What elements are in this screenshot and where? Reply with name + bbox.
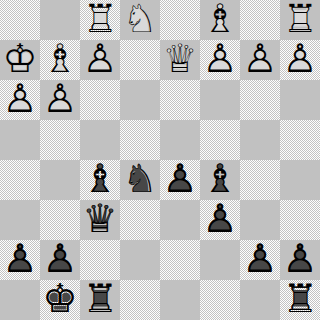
square-c3[interactable] [200,80,240,120]
square-g7[interactable]: ♟♙ [40,240,80,280]
white-bishop-c1[interactable]: ♝♗ [200,0,240,40]
square-c1[interactable]: ♝♗ [200,0,240,40]
piece-fill-glyph: ♞ [120,0,160,39]
square-c7[interactable] [200,240,240,280]
piece-outline-glyph: ♙ [40,79,80,119]
piece-fill-glyph: ♟ [280,239,320,279]
piece-outline-glyph: ♗ [80,159,120,199]
square-d4[interactable] [160,120,200,160]
square-f2[interactable]: ♟♙ [80,40,120,80]
square-a6[interactable] [280,200,320,240]
square-b4[interactable] [240,120,280,160]
piece-fill-glyph: ♛ [80,199,120,239]
square-a4[interactable] [280,120,320,160]
square-d1[interactable] [160,0,200,40]
square-a8[interactable]: ♜♖ [280,280,320,320]
square-c4[interactable] [200,120,240,160]
square-c2[interactable]: ♟♙ [200,40,240,80]
black-pawn-a7[interactable]: ♟♙ [280,240,320,280]
piece-fill-glyph: ♟ [280,39,320,79]
piece-outline-glyph: ♙ [200,199,240,239]
square-h8[interactable] [0,280,40,320]
piece-fill-glyph: ♝ [200,159,240,199]
black-queen-f6[interactable]: ♛♕ [80,200,120,240]
piece-outline-glyph: ♔ [0,39,40,79]
piece-fill-glyph: ♚ [40,279,80,319]
square-f7[interactable] [80,240,120,280]
square-a1[interactable]: ♜♖ [280,0,320,40]
black-pawn-b7[interactable]: ♟♙ [240,240,280,280]
square-c6[interactable]: ♟♙ [200,200,240,240]
square-g4[interactable] [40,120,80,160]
piece-fill-glyph: ♜ [280,279,320,319]
white-pawn-h3[interactable]: ♟♙ [0,80,40,120]
piece-outline-glyph: ♘ [120,159,160,199]
square-a5[interactable] [280,160,320,200]
square-f6[interactable]: ♛♕ [80,200,120,240]
square-e4[interactable] [120,120,160,160]
square-d7[interactable] [160,240,200,280]
black-bishop-f5[interactable]: ♝♗ [80,160,120,200]
white-queen-d2[interactable]: ♛♕ [160,40,200,80]
square-c5[interactable]: ♝♗ [200,160,240,200]
square-a3[interactable] [280,80,320,120]
piece-outline-glyph: ♙ [0,79,40,119]
square-g1[interactable] [40,0,80,40]
piece-outline-glyph: ♙ [40,239,80,279]
piece-fill-glyph: ♟ [40,239,80,279]
square-d3[interactable] [160,80,200,120]
square-d2[interactable]: ♛♕ [160,40,200,80]
piece-fill-glyph: ♜ [80,0,120,39]
piece-fill-glyph: ♟ [240,239,280,279]
square-g8[interactable]: ♚♔ [40,280,80,320]
piece-outline-glyph: ♙ [200,39,240,79]
white-rook-f1[interactable]: ♜♖ [80,0,120,40]
piece-outline-glyph: ♘ [120,0,160,39]
piece-outline-glyph: ♕ [160,39,200,79]
square-h6[interactable] [0,200,40,240]
piece-fill-glyph: ♝ [200,0,240,39]
square-d8[interactable] [160,280,200,320]
chess-board: ♜♖♞♘♝♗♜♖♚♔♝♗♟♙♛♕♟♙♟♙♟♙♟♙♟♙♝♗♞♘♟♙♝♗♛♕♟♙♟♙… [0,0,320,320]
piece-outline-glyph: ♙ [240,39,280,79]
square-h4[interactable] [0,120,40,160]
square-f4[interactable] [80,120,120,160]
white-pawn-a2[interactable]: ♟♙ [280,40,320,80]
piece-outline-glyph: ♗ [40,39,80,79]
square-f5[interactable]: ♝♗ [80,160,120,200]
square-e2[interactable] [120,40,160,80]
black-pawn-c6[interactable]: ♟♙ [200,200,240,240]
piece-fill-glyph: ♞ [120,159,160,199]
square-d5[interactable]: ♟♙ [160,160,200,200]
square-b8[interactable] [240,280,280,320]
square-c8[interactable] [200,280,240,320]
square-g6[interactable] [40,200,80,240]
piece-outline-glyph: ♙ [280,239,320,279]
white-bishop-g2[interactable]: ♝♗ [40,40,80,80]
black-king-g8[interactable]: ♚♔ [40,280,80,320]
piece-fill-glyph: ♟ [40,79,80,119]
black-rook-f8[interactable]: ♜♖ [80,280,120,320]
piece-fill-glyph: ♟ [160,159,200,199]
piece-fill-glyph: ♝ [80,159,120,199]
square-e1[interactable]: ♞♘ [120,0,160,40]
piece-outline-glyph: ♕ [80,199,120,239]
square-b3[interactable] [240,80,280,120]
square-b5[interactable] [240,160,280,200]
piece-outline-glyph: ♙ [80,39,120,79]
black-pawn-h7[interactable]: ♟♙ [0,240,40,280]
square-a7[interactable]: ♟♙ [280,240,320,280]
piece-outline-glyph: ♙ [160,159,200,199]
white-pawn-c2[interactable]: ♟♙ [200,40,240,80]
piece-outline-glyph: ♖ [80,279,120,319]
black-pawn-g7[interactable]: ♟♙ [40,240,80,280]
white-pawn-f2[interactable]: ♟♙ [80,40,120,80]
square-b1[interactable] [240,0,280,40]
square-e5[interactable]: ♞♘ [120,160,160,200]
white-king-h2[interactable]: ♚♔ [0,40,40,80]
piece-outline-glyph: ♔ [40,279,80,319]
square-h5[interactable] [0,160,40,200]
square-d6[interactable] [160,200,200,240]
black-bishop-c5[interactable]: ♝♗ [200,160,240,200]
piece-outline-glyph: ♖ [280,0,320,39]
piece-outline-glyph: ♗ [200,159,240,199]
white-rook-a1[interactable]: ♜♖ [280,0,320,40]
square-b2[interactable]: ♟♙ [240,40,280,80]
black-rook-a8[interactable]: ♜♖ [280,280,320,320]
piece-fill-glyph: ♟ [0,239,40,279]
piece-fill-glyph: ♛ [160,39,200,79]
black-pawn-d5[interactable]: ♟♙ [160,160,200,200]
piece-fill-glyph: ♟ [240,39,280,79]
piece-fill-glyph: ♟ [200,199,240,239]
square-g3[interactable]: ♟♙ [40,80,80,120]
square-h3[interactable]: ♟♙ [0,80,40,120]
square-e6[interactable] [120,200,160,240]
piece-fill-glyph: ♟ [200,39,240,79]
piece-outline-glyph: ♖ [280,279,320,319]
piece-fill-glyph: ♜ [280,0,320,39]
square-e7[interactable] [120,240,160,280]
square-f1[interactable]: ♜♖ [80,0,120,40]
white-pawn-b2[interactable]: ♟♙ [240,40,280,80]
square-g2[interactable]: ♝♗ [40,40,80,80]
piece-fill-glyph: ♝ [40,39,80,79]
square-h7[interactable]: ♟♙ [0,240,40,280]
square-e3[interactable] [120,80,160,120]
piece-fill-glyph: ♟ [80,39,120,79]
square-f3[interactable] [80,80,120,120]
piece-fill-glyph: ♜ [80,279,120,319]
white-knight-e1[interactable]: ♞♘ [120,0,160,40]
square-g5[interactable] [40,160,80,200]
piece-outline-glyph: ♖ [80,0,120,39]
square-b6[interactable] [240,200,280,240]
piece-outline-glyph: ♙ [280,39,320,79]
square-h2[interactable]: ♚♔ [0,40,40,80]
piece-outline-glyph: ♙ [0,239,40,279]
piece-outline-glyph: ♗ [200,0,240,39]
square-e8[interactable] [120,280,160,320]
piece-fill-glyph: ♟ [0,79,40,119]
black-knight-e5[interactable]: ♞♘ [120,160,160,200]
white-pawn-g3[interactable]: ♟♙ [40,80,80,120]
piece-fill-glyph: ♚ [0,39,40,79]
square-a2[interactable]: ♟♙ [280,40,320,80]
square-f8[interactable]: ♜♖ [80,280,120,320]
square-h1[interactable] [0,0,40,40]
piece-outline-glyph: ♙ [240,239,280,279]
square-b7[interactable]: ♟♙ [240,240,280,280]
